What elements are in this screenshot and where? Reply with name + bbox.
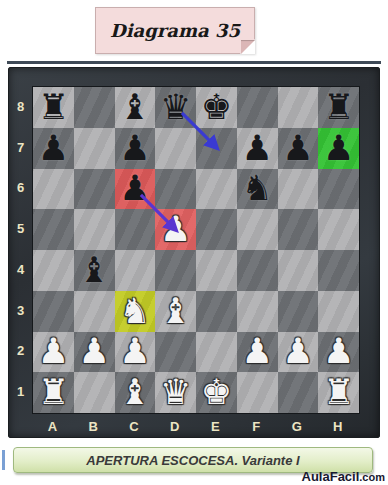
square-d4 (155, 250, 196, 291)
square-b4: ♝ (74, 250, 115, 291)
square-d6 (155, 169, 196, 210)
piece-black-knight: ♞ (241, 171, 272, 206)
file-labels: ABCDEFGH (32, 415, 358, 437)
piece-black-pawn: ♟ (323, 131, 354, 166)
square-g3 (278, 291, 319, 332)
square-c1: ♝ (115, 372, 156, 413)
piece-white-pawn: ♟ (38, 334, 69, 369)
square-f4 (237, 250, 278, 291)
square-e8: ♚ (196, 87, 237, 128)
square-f6: ♞ (237, 169, 278, 210)
square-e5 (196, 209, 237, 250)
piece-white-pawn: ♟ (282, 334, 313, 369)
square-b8 (74, 87, 115, 128)
square-c2: ♟ (115, 332, 156, 373)
square-f2: ♟ (237, 332, 278, 373)
square-b3 (74, 291, 115, 332)
square-d3: ♝ (155, 291, 196, 332)
file-label-e: E (195, 415, 236, 437)
square-a1: ♜ (33, 372, 74, 413)
square-b5 (74, 209, 115, 250)
square-c4 (115, 250, 156, 291)
square-c3: ♞ (115, 291, 156, 332)
rank-label-1: 1 (9, 371, 32, 412)
square-h3 (318, 291, 359, 332)
square-h7: ♟ (318, 128, 359, 169)
square-a8: ♜ (33, 87, 74, 128)
brand-suffix: .com (359, 471, 385, 483)
square-c7: ♟ (115, 128, 156, 169)
brand-name: AulaFacil (302, 469, 360, 484)
square-b6 (74, 169, 115, 210)
file-label-f: F (236, 415, 277, 437)
diagram-title-note: Diagrama 35 (95, 7, 255, 54)
square-b7 (74, 128, 115, 169)
piece-white-pawn: ♟ (323, 334, 354, 369)
square-a4 (33, 250, 74, 291)
piece-black-bishop: ♝ (119, 90, 150, 125)
square-g6 (278, 169, 319, 210)
piece-black-queen: ♛ (160, 90, 191, 125)
square-f8 (237, 87, 278, 128)
file-label-a: A (32, 415, 73, 437)
file-label-d: D (154, 415, 195, 437)
rank-label-2: 2 (9, 331, 32, 372)
square-g8 (278, 87, 319, 128)
piece-black-king: ♚ (201, 90, 232, 125)
rank-label-5: 5 (9, 208, 32, 249)
square-e7 (196, 128, 237, 169)
piece-white-rook: ♜ (323, 375, 354, 410)
square-h2: ♟ (318, 332, 359, 373)
square-d5: ♟ (155, 209, 196, 250)
square-a5 (33, 209, 74, 250)
square-f3 (237, 291, 278, 332)
square-a7: ♟ (33, 128, 74, 169)
square-e3 (196, 291, 237, 332)
square-g4 (278, 250, 319, 291)
square-h6 (318, 169, 359, 210)
piece-black-rook: ♜ (323, 90, 354, 125)
rank-labels: 87654321 (9, 86, 32, 412)
piece-black-pawn: ♟ (119, 131, 150, 166)
piece-black-pawn: ♟ (282, 131, 313, 166)
square-d7 (155, 128, 196, 169)
rank-label-8: 8 (9, 86, 32, 127)
square-a6 (33, 169, 74, 210)
rank-label-7: 7 (9, 127, 32, 168)
square-g1 (278, 372, 319, 413)
square-e4 (196, 250, 237, 291)
square-b2: ♟ (74, 332, 115, 373)
piece-white-knight: ♞ (119, 294, 150, 329)
piece-white-pawn: ♟ (78, 334, 109, 369)
square-e2 (196, 332, 237, 373)
square-d8: ♛ (155, 87, 196, 128)
file-label-g: G (277, 415, 318, 437)
piece-white-king: ♚ (201, 375, 232, 410)
square-h5 (318, 209, 359, 250)
square-a2: ♟ (33, 332, 74, 373)
piece-black-rook: ♜ (38, 90, 69, 125)
horizontal-divider (7, 61, 381, 64)
square-g5 (278, 209, 319, 250)
file-label-c: C (114, 415, 155, 437)
square-f7: ♟ (237, 128, 278, 169)
square-g7: ♟ (278, 128, 319, 169)
left-margin-tick (2, 450, 5, 470)
rank-label-3: 3 (9, 290, 32, 331)
opening-caption: APERTURA ESCOCESA. Variante I (86, 453, 299, 468)
piece-black-pawn: ♟ (119, 171, 150, 206)
square-h8: ♜ (318, 87, 359, 128)
piece-black-pawn: ♟ (241, 131, 272, 166)
square-g2: ♟ (278, 332, 319, 373)
diagram-title: Diagrama 35 (110, 20, 240, 41)
square-c5 (115, 209, 156, 250)
rank-label-4: 4 (9, 249, 32, 290)
rank-label-6: 6 (9, 168, 32, 209)
brand-watermark[interactable]: AulaFacil.com (302, 469, 385, 484)
square-b1 (74, 372, 115, 413)
piece-white-queen: ♛ (160, 375, 191, 410)
square-c8: ♝ (115, 87, 156, 128)
piece-black-bishop: ♝ (78, 253, 109, 288)
piece-white-rook: ♜ (38, 375, 69, 410)
file-label-b: B (73, 415, 114, 437)
square-h1: ♜ (318, 372, 359, 413)
piece-white-bishop: ♝ (119, 375, 150, 410)
square-h4 (318, 250, 359, 291)
file-label-h: H (317, 415, 358, 437)
piece-white-pawn: ♟ (160, 212, 191, 247)
piece-white-bishop: ♝ (160, 294, 191, 329)
chess-board: ♜♝♛♚♜♟♟♟♟♟♟♞♟♝♞♝♟♟♟♟♟♟♜♝♛♚♜ (32, 86, 360, 414)
piece-black-pawn: ♟ (38, 131, 69, 166)
square-d1: ♛ (155, 372, 196, 413)
square-d2 (155, 332, 196, 373)
piece-white-pawn: ♟ (119, 334, 150, 369)
square-f1 (237, 372, 278, 413)
square-c6: ♟ (115, 169, 156, 210)
board-frame: 87654321 ♜♝♛♚♜♟♟♟♟♟♟♞♟♝♞♝♟♟♟♟♟♟♜♝♛♚♜ ABC… (8, 67, 380, 438)
square-f5 (237, 209, 278, 250)
square-a3 (33, 291, 74, 332)
piece-white-pawn: ♟ (241, 334, 272, 369)
square-e6 (196, 169, 237, 210)
square-e1: ♚ (196, 372, 237, 413)
